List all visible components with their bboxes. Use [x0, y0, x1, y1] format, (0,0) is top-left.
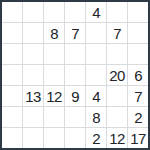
cell-r1c3[interactable]	[44, 2, 64, 22]
cell-r5c3[interactable]: 12	[44, 86, 64, 106]
cell-r6c5[interactable]: 8	[86, 107, 106, 127]
cell-r6c4[interactable]	[65, 107, 85, 127]
cell-r3c6[interactable]	[107, 44, 127, 64]
cell-r6c7[interactable]: 2	[128, 107, 148, 127]
cell-r5c5[interactable]: 4	[86, 86, 106, 106]
cell-r3c2[interactable]	[23, 44, 43, 64]
cell-r1c6[interactable]	[107, 2, 127, 22]
cell-r4c4[interactable]	[65, 65, 85, 85]
cell-r1c4[interactable]	[65, 2, 85, 22]
cell-r7c6[interactable]: 12	[107, 128, 127, 148]
cell-r6c1[interactable]	[2, 107, 22, 127]
cell-r1c7[interactable]	[128, 2, 148, 22]
cell-r3c4[interactable]	[65, 44, 85, 64]
cell-r2c7[interactable]	[128, 23, 148, 43]
cell-r7c3[interactable]	[44, 128, 64, 148]
cell-r5c4[interactable]: 9	[65, 86, 85, 106]
cell-r5c7[interactable]: 7	[128, 86, 148, 106]
cell-r1c5[interactable]: 4	[86, 2, 106, 22]
cell-r2c4[interactable]: 7	[65, 23, 85, 43]
cell-r7c7[interactable]: 17	[128, 128, 148, 148]
cell-r4c2[interactable]	[23, 65, 43, 85]
cell-r2c1[interactable]	[2, 23, 22, 43]
puzzle-board: 4 8 7 7 20 6 13 12 9 4 7 8 2 2 12 17	[0, 0, 150, 150]
cell-r2c5[interactable]	[86, 23, 106, 43]
cell-r4c5[interactable]	[86, 65, 106, 85]
cell-r4c3[interactable]	[44, 65, 64, 85]
cell-r1c1[interactable]	[2, 2, 22, 22]
cell-r3c3[interactable]	[44, 44, 64, 64]
cell-r2c6[interactable]: 7	[107, 23, 127, 43]
cell-r4c7[interactable]: 6	[128, 65, 148, 85]
cell-r7c4[interactable]	[65, 128, 85, 148]
cell-r2c2[interactable]	[23, 23, 43, 43]
cell-r5c2[interactable]: 13	[23, 86, 43, 106]
cell-r6c2[interactable]	[23, 107, 43, 127]
cell-r3c1[interactable]	[2, 44, 22, 64]
cell-r6c3[interactable]	[44, 107, 64, 127]
cell-r4c1[interactable]	[2, 65, 22, 85]
cell-r7c5[interactable]: 2	[86, 128, 106, 148]
cell-r1c2[interactable]	[23, 2, 43, 22]
cell-r3c7[interactable]	[128, 44, 148, 64]
cell-r7c2[interactable]	[23, 128, 43, 148]
cell-r5c6[interactable]	[107, 86, 127, 106]
cell-r7c1[interactable]	[2, 128, 22, 148]
cell-r4c6[interactable]: 20	[107, 65, 127, 85]
cell-r5c1[interactable]	[2, 86, 22, 106]
cell-r2c3[interactable]: 8	[44, 23, 64, 43]
cell-r6c6[interactable]	[107, 107, 127, 127]
cell-r3c5[interactable]	[86, 44, 106, 64]
